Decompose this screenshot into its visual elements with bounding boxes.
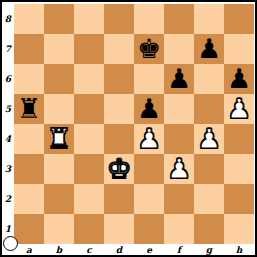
square-b5[interactable] — [44, 94, 74, 124]
square-d4[interactable] — [104, 124, 134, 154]
square-e1[interactable] — [134, 214, 164, 244]
square-d8[interactable] — [104, 4, 134, 34]
file-label-e: e — [134, 244, 164, 255]
rank-labels: 87654321 — [2, 4, 14, 244]
square-a1[interactable] — [14, 214, 44, 244]
square-h5[interactable]: ♟ — [224, 94, 254, 124]
black-pawn[interactable]: ♟ — [167, 65, 191, 92]
square-c1[interactable] — [74, 214, 104, 244]
white-pawn[interactable]: ♟ — [197, 125, 221, 152]
square-c3[interactable] — [74, 154, 104, 184]
square-a5[interactable]: ♜ — [14, 94, 44, 124]
square-a7[interactable] — [14, 34, 44, 64]
rank-label-5: 5 — [2, 94, 14, 124]
rank-label-3: 3 — [2, 154, 14, 184]
rank-label-8: 8 — [2, 4, 14, 34]
file-label-h: h — [224, 244, 254, 255]
square-g4[interactable]: ♟ — [194, 124, 224, 154]
file-label-d: d — [104, 244, 134, 255]
square-d3[interactable]: ♚ — [104, 154, 134, 184]
square-f3[interactable]: ♟ — [164, 154, 194, 184]
square-h2[interactable] — [224, 184, 254, 214]
square-e8[interactable] — [134, 4, 164, 34]
black-pawn[interactable]: ♟ — [227, 65, 251, 92]
square-d6[interactable] — [104, 64, 134, 94]
square-a6[interactable] — [14, 64, 44, 94]
square-h6[interactable]: ♟ — [224, 64, 254, 94]
square-b4[interactable]: ♜ — [44, 124, 74, 154]
square-c8[interactable] — [74, 4, 104, 34]
rank-label-2: 2 — [2, 184, 14, 214]
square-f1[interactable] — [164, 214, 194, 244]
square-c6[interactable] — [74, 64, 104, 94]
square-a2[interactable] — [14, 184, 44, 214]
square-b3[interactable] — [44, 154, 74, 184]
rank-label-7: 7 — [2, 34, 14, 64]
square-h7[interactable] — [224, 34, 254, 64]
square-d5[interactable] — [104, 94, 134, 124]
file-label-b: b — [44, 244, 74, 255]
chess-board[interactable]: ♚♟♟♟♜♟♟♜♟♟♚♟ — [14, 4, 254, 244]
square-e3[interactable] — [134, 154, 164, 184]
rank-label-4: 4 — [2, 124, 14, 154]
square-h4[interactable] — [224, 124, 254, 154]
square-f4[interactable] — [164, 124, 194, 154]
rank-label-6: 6 — [2, 64, 14, 94]
square-g1[interactable] — [194, 214, 224, 244]
file-labels: abcdefgh — [14, 244, 254, 255]
square-b7[interactable] — [44, 34, 74, 64]
square-d7[interactable] — [104, 34, 134, 64]
square-a3[interactable] — [14, 154, 44, 184]
black-king[interactable]: ♚ — [137, 35, 161, 62]
square-g6[interactable] — [194, 64, 224, 94]
black-pawn[interactable]: ♟ — [137, 95, 161, 122]
square-h8[interactable] — [224, 4, 254, 34]
square-c2[interactable] — [74, 184, 104, 214]
square-e2[interactable] — [134, 184, 164, 214]
black-rook[interactable]: ♜ — [17, 95, 41, 122]
file-label-c: c — [74, 244, 104, 255]
black-pawn[interactable]: ♟ — [197, 35, 221, 62]
square-g3[interactable] — [194, 154, 224, 184]
file-label-f: f — [164, 244, 194, 255]
square-g8[interactable] — [194, 4, 224, 34]
square-c7[interactable] — [74, 34, 104, 64]
square-e5[interactable]: ♟ — [134, 94, 164, 124]
square-b1[interactable] — [44, 214, 74, 244]
square-g5[interactable] — [194, 94, 224, 124]
white-pawn[interactable]: ♟ — [137, 125, 161, 152]
square-b6[interactable] — [44, 64, 74, 94]
square-a8[interactable] — [14, 4, 44, 34]
square-f2[interactable] — [164, 184, 194, 214]
white-rook[interactable]: ♜ — [47, 125, 71, 152]
square-b8[interactable] — [44, 4, 74, 34]
square-d1[interactable] — [104, 214, 134, 244]
square-h1[interactable] — [224, 214, 254, 244]
white-pawn[interactable]: ♟ — [167, 155, 191, 182]
square-f5[interactable] — [164, 94, 194, 124]
chess-diagram: 87654321 ♚♟♟♟♜♟♟♜♟♟♚♟ abcdefgh — [0, 0, 257, 257]
square-f7[interactable] — [164, 34, 194, 64]
square-d2[interactable] — [104, 184, 134, 214]
square-g2[interactable] — [194, 184, 224, 214]
square-e6[interactable] — [134, 64, 164, 94]
square-c5[interactable] — [74, 94, 104, 124]
square-a4[interactable] — [14, 124, 44, 154]
square-b2[interactable] — [44, 184, 74, 214]
square-g7[interactable]: ♟ — [194, 34, 224, 64]
white-to-move-indicator — [3, 236, 18, 251]
square-c4[interactable] — [74, 124, 104, 154]
white-king[interactable]: ♚ — [107, 155, 131, 182]
square-h3[interactable] — [224, 154, 254, 184]
white-pawn[interactable]: ♟ — [227, 95, 251, 122]
file-label-a: a — [14, 244, 44, 255]
square-f6[interactable]: ♟ — [164, 64, 194, 94]
file-label-g: g — [194, 244, 224, 255]
square-f8[interactable] — [164, 4, 194, 34]
square-e4[interactable]: ♟ — [134, 124, 164, 154]
square-e7[interactable]: ♚ — [134, 34, 164, 64]
